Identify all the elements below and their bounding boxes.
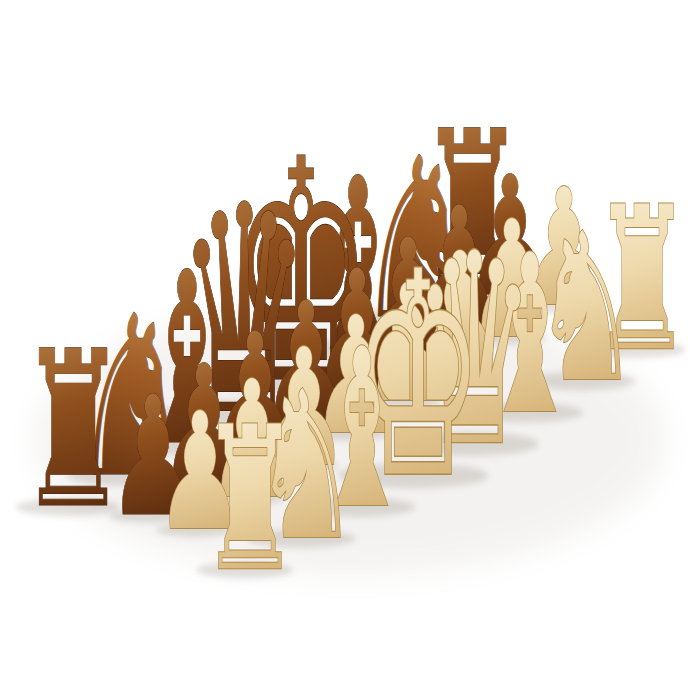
chess-set-photo: ♜♞♝♚♛♝♞♜♟♟♟♟♟♟♟♟♟♟♟♟♟♟♟♟♜♞♝♛♚♝♞♜	[0, 0, 700, 700]
chess-scene: ♜♞♝♚♛♝♞♜♟♟♟♟♟♟♟♟♟♟♟♟♟♟♟♟♜♞♝♛♚♝♞♜	[0, 0, 700, 700]
pieces-layer: ♜♞♝♚♛♝♞♜♟♟♟♟♟♟♟♟♟♟♟♟♟♟♟♟♜♞♝♛♚♝♞♜	[16, 85, 692, 615]
light-rook: ♜	[200, 384, 299, 615]
